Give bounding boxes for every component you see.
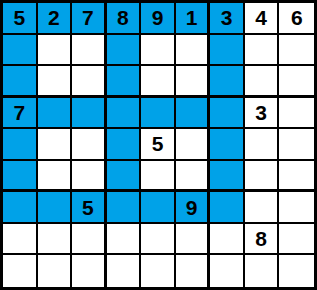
cell-r1c3[interactable]: 7 bbox=[72, 3, 107, 35]
cell-r8c2[interactable] bbox=[38, 224, 73, 256]
cell-r9c7[interactable] bbox=[210, 255, 245, 287]
cell-r4c3[interactable] bbox=[72, 98, 107, 130]
cell-r4c8[interactable]: 3 bbox=[245, 98, 280, 130]
cell-r8c4[interactable] bbox=[107, 224, 142, 256]
cell-r6c4[interactable] bbox=[107, 161, 142, 193]
cell-r6c7[interactable] bbox=[210, 161, 245, 193]
cell-r1c1[interactable]: 5 bbox=[3, 3, 38, 35]
cell-r5c9[interactable] bbox=[279, 129, 314, 161]
cell-r3c9[interactable] bbox=[279, 66, 314, 98]
cell-r3c3[interactable] bbox=[72, 66, 107, 98]
cell-r2c5[interactable] bbox=[141, 35, 176, 67]
cell-r6c6[interactable] bbox=[176, 161, 211, 193]
cell-r7c6[interactable]: 9 bbox=[176, 192, 211, 224]
cell-r1c7[interactable]: 3 bbox=[210, 3, 245, 35]
cell-r6c2[interactable] bbox=[38, 161, 73, 193]
cell-r7c7[interactable] bbox=[210, 192, 245, 224]
cell-r6c8[interactable] bbox=[245, 161, 280, 193]
cell-r5c4[interactable] bbox=[107, 129, 142, 161]
cell-r5c6[interactable] bbox=[176, 129, 211, 161]
cell-r5c3[interactable] bbox=[72, 129, 107, 161]
cell-r1c9[interactable]: 6 bbox=[279, 3, 314, 35]
cell-r8c5[interactable] bbox=[141, 224, 176, 256]
cell-r3c1[interactable] bbox=[3, 66, 38, 98]
cell-r1c4[interactable]: 8 bbox=[107, 3, 142, 35]
cell-r8c1[interactable] bbox=[3, 224, 38, 256]
cell-r3c5[interactable] bbox=[141, 66, 176, 98]
cell-r9c5[interactable] bbox=[141, 255, 176, 287]
cell-r1c8[interactable]: 4 bbox=[245, 3, 280, 35]
cell-r6c9[interactable] bbox=[279, 161, 314, 193]
cell-r3c4[interactable] bbox=[107, 66, 142, 98]
cell-r2c9[interactable] bbox=[279, 35, 314, 67]
cell-r3c7[interactable] bbox=[210, 66, 245, 98]
cell-r9c8[interactable] bbox=[245, 255, 280, 287]
cell-r7c2[interactable] bbox=[38, 192, 73, 224]
cell-r8c8[interactable]: 8 bbox=[245, 224, 280, 256]
sudoku-board: 527891346735598 bbox=[0, 0, 317, 290]
cell-r5c7[interactable] bbox=[210, 129, 245, 161]
cell-r7c8[interactable] bbox=[245, 192, 280, 224]
cell-r9c1[interactable] bbox=[3, 255, 38, 287]
cell-r4c1[interactable]: 7 bbox=[3, 98, 38, 130]
cell-r5c8[interactable] bbox=[245, 129, 280, 161]
cell-r3c2[interactable] bbox=[38, 66, 73, 98]
cell-r9c6[interactable] bbox=[176, 255, 211, 287]
cell-r6c3[interactable] bbox=[72, 161, 107, 193]
cell-r8c3[interactable] bbox=[72, 224, 107, 256]
cell-r8c9[interactable] bbox=[279, 224, 314, 256]
cell-r5c2[interactable] bbox=[38, 129, 73, 161]
cell-r4c2[interactable] bbox=[38, 98, 73, 130]
cell-r9c2[interactable] bbox=[38, 255, 73, 287]
cell-r3c8[interactable] bbox=[245, 66, 280, 98]
cell-r8c6[interactable] bbox=[176, 224, 211, 256]
cell-r5c5[interactable]: 5 bbox=[141, 129, 176, 161]
cell-r7c1[interactable] bbox=[3, 192, 38, 224]
cell-r2c2[interactable] bbox=[38, 35, 73, 67]
cell-r9c9[interactable] bbox=[279, 255, 314, 287]
cell-r2c8[interactable] bbox=[245, 35, 280, 67]
cell-r2c1[interactable] bbox=[3, 35, 38, 67]
cell-r1c2[interactable]: 2 bbox=[38, 3, 73, 35]
cell-r2c7[interactable] bbox=[210, 35, 245, 67]
cell-r6c1[interactable] bbox=[3, 161, 38, 193]
cell-r7c4[interactable] bbox=[107, 192, 142, 224]
cell-r1c6[interactable]: 1 bbox=[176, 3, 211, 35]
cell-r7c9[interactable] bbox=[279, 192, 314, 224]
cell-r4c9[interactable] bbox=[279, 98, 314, 130]
cell-r5c1[interactable] bbox=[3, 129, 38, 161]
cell-r7c3[interactable]: 5 bbox=[72, 192, 107, 224]
cell-r2c4[interactable] bbox=[107, 35, 142, 67]
cell-r1c5[interactable]: 9 bbox=[141, 3, 176, 35]
cell-r2c6[interactable] bbox=[176, 35, 211, 67]
cell-r6c5[interactable] bbox=[141, 161, 176, 193]
cell-r4c4[interactable] bbox=[107, 98, 142, 130]
cell-r4c7[interactable] bbox=[210, 98, 245, 130]
cell-r4c6[interactable] bbox=[176, 98, 211, 130]
cell-r7c5[interactable] bbox=[141, 192, 176, 224]
cell-r4c5[interactable] bbox=[141, 98, 176, 130]
cell-r2c3[interactable] bbox=[72, 35, 107, 67]
cell-r3c6[interactable] bbox=[176, 66, 211, 98]
cell-r8c7[interactable] bbox=[210, 224, 245, 256]
cell-r9c3[interactable] bbox=[72, 255, 107, 287]
cell-r9c4[interactable] bbox=[107, 255, 142, 287]
